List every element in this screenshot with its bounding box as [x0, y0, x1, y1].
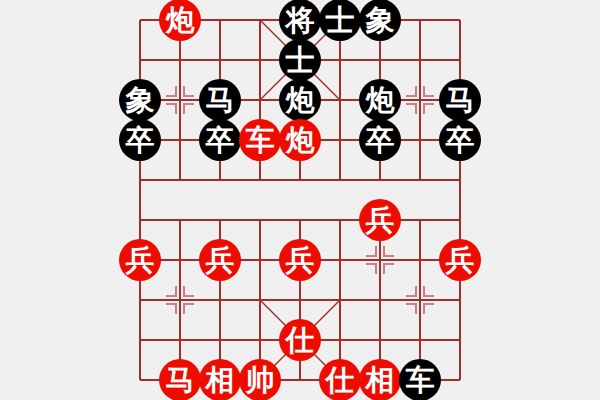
red-pawn-4[interactable]: 兵	[279, 239, 321, 281]
red-pawn-2[interactable]: 兵	[119, 239, 161, 281]
black-advisor-1[interactable]: 士	[319, 0, 361, 41]
black-chariot[interactable]: 车	[399, 359, 441, 400]
red-cannon-1[interactable]: 炮	[159, 0, 201, 41]
black-soldier-4[interactable]: 卒	[439, 119, 481, 161]
red-elephant-1[interactable]: 相	[199, 359, 241, 400]
black-cannon-1[interactable]: 炮	[279, 79, 321, 121]
red-pawn-5[interactable]: 兵	[439, 239, 481, 281]
xiangqi-board[interactable]: 炮将士象士象马炮炮马卒卒车炮卒卒兵兵兵兵兵仕马相帅仕相车	[0, 0, 600, 400]
red-advisor-2[interactable]: 仕	[319, 359, 361, 400]
black-advisor-2[interactable]: 士	[279, 39, 321, 81]
point-marker	[160, 80, 200, 120]
point-marker	[400, 80, 440, 120]
board-grid[interactable]: 炮将士象士象马炮炮马卒卒车炮卒卒兵兵兵兵兵仕马相帅仕相车	[120, 0, 480, 400]
black-soldier-3[interactable]: 卒	[359, 119, 401, 161]
point-marker	[360, 240, 400, 280]
red-elephant-2[interactable]: 相	[359, 359, 401, 400]
red-chariot[interactable]: 车	[239, 119, 281, 161]
red-pawn-3[interactable]: 兵	[199, 239, 241, 281]
red-horse[interactable]: 马	[159, 359, 201, 400]
point-marker	[160, 280, 200, 320]
red-general[interactable]: 帅	[239, 359, 281, 400]
black-horse-2[interactable]: 马	[439, 79, 481, 121]
black-general[interactable]: 将	[279, 0, 321, 41]
black-soldier-2[interactable]: 卒	[199, 119, 241, 161]
black-elephant-1[interactable]: 象	[359, 0, 401, 41]
black-elephant-2[interactable]: 象	[119, 79, 161, 121]
red-cannon-2[interactable]: 炮	[279, 119, 321, 161]
black-horse-1[interactable]: 马	[199, 79, 241, 121]
black-soldier-1[interactable]: 卒	[119, 119, 161, 161]
point-marker	[400, 280, 440, 320]
red-advisor-1[interactable]: 仕	[279, 319, 321, 361]
red-pawn-1[interactable]: 兵	[359, 199, 401, 241]
black-cannon-2[interactable]: 炮	[359, 79, 401, 121]
